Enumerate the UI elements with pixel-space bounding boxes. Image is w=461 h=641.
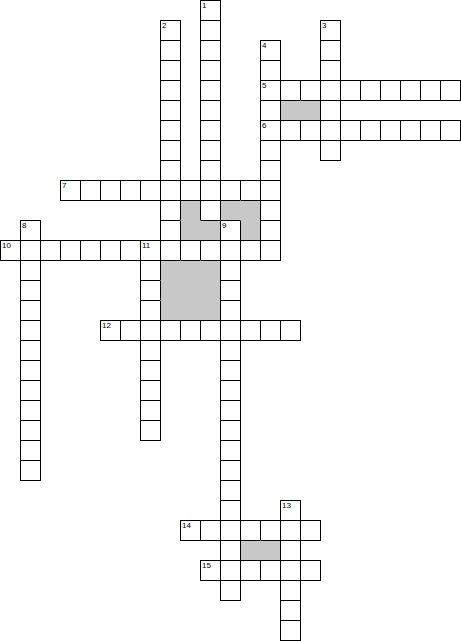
grid-cell[interactable] (280, 80, 301, 101)
clue-number: 2 (162, 21, 166, 30)
grid-cell[interactable] (240, 180, 261, 201)
grid-cell[interactable]: 6 (260, 120, 281, 141)
grid-cell[interactable] (20, 460, 41, 481)
grid-cell[interactable] (20, 260, 41, 281)
grid-cell[interactable] (180, 180, 201, 201)
grid-cell[interactable] (200, 200, 221, 221)
grid-cell[interactable] (200, 240, 221, 261)
grid-cell[interactable] (400, 80, 421, 101)
clue-number: 6 (262, 121, 266, 130)
grid-cell[interactable] (20, 240, 41, 261)
clue-number: 13 (282, 501, 291, 510)
grid-cell[interactable] (260, 320, 281, 341)
grid-cell[interactable] (20, 300, 41, 321)
grid-cell[interactable] (340, 80, 361, 101)
grid-cell[interactable] (160, 160, 181, 181)
grid-cell[interactable]: 13 (280, 500, 301, 521)
clue-number: 5 (262, 81, 266, 90)
grid-cell[interactable] (100, 240, 121, 261)
grid-cell[interactable] (320, 100, 341, 121)
grid-cell[interactable] (240, 560, 261, 581)
grid-cell[interactable] (200, 140, 221, 161)
grid-cell[interactable] (140, 300, 161, 321)
grid-cell[interactable] (20, 380, 41, 401)
grid-cell[interactable] (440, 80, 461, 101)
grid-cell[interactable] (260, 60, 281, 81)
grid-cell[interactable] (160, 180, 181, 201)
grid-cell[interactable] (400, 120, 421, 141)
grid-cell[interactable] (220, 420, 241, 441)
grid-cell[interactable] (80, 240, 101, 261)
clue-number: 3 (322, 21, 326, 30)
grid-cell[interactable] (320, 120, 341, 141)
blocked-cell (160, 280, 181, 301)
grid-cell[interactable] (260, 220, 281, 241)
grid-cell[interactable] (140, 400, 161, 421)
grid-cell[interactable]: 9 (220, 220, 241, 241)
grid-cell[interactable] (220, 300, 241, 321)
grid-cell[interactable] (160, 80, 181, 101)
grid-cell[interactable] (140, 260, 161, 281)
grid-cell[interactable] (280, 520, 301, 541)
grid-cell[interactable] (240, 240, 261, 261)
grid-cell[interactable] (20, 420, 41, 441)
clue-number: 9 (222, 221, 226, 230)
grid-cell[interactable] (140, 180, 161, 201)
grid-cell[interactable] (260, 560, 281, 581)
grid-cell[interactable] (200, 160, 221, 181)
grid-cell[interactable] (60, 240, 81, 261)
grid-cell[interactable] (220, 440, 241, 461)
grid-cell[interactable] (140, 420, 161, 441)
clue-number: 7 (62, 181, 66, 190)
grid-cell[interactable] (260, 200, 281, 221)
blocked-cell (220, 200, 241, 221)
grid-cell[interactable] (220, 580, 241, 601)
grid-cell[interactable] (140, 340, 161, 361)
grid-cell[interactable] (100, 180, 121, 201)
grid-cell[interactable] (200, 320, 221, 341)
grid-cell[interactable] (220, 260, 241, 281)
grid-cell[interactable] (320, 140, 341, 161)
grid-cell[interactable] (200, 520, 221, 541)
blocked-cell (200, 220, 221, 241)
grid-cell[interactable] (260, 160, 281, 181)
blocked-cell (180, 220, 201, 241)
grid-cell[interactable] (200, 120, 221, 141)
grid-cell[interactable] (160, 60, 181, 81)
blocked-cell (300, 100, 321, 121)
grid-cell[interactable]: 15 (200, 560, 221, 581)
grid-cell[interactable] (300, 560, 321, 581)
clue-number: 1 (202, 1, 206, 10)
grid-cell[interactable]: 7 (60, 180, 81, 201)
clue-number: 12 (102, 321, 111, 330)
grid-cell[interactable] (280, 320, 301, 341)
grid-cell[interactable] (20, 440, 41, 461)
grid-cell[interactable] (320, 40, 341, 61)
clue-number: 4 (262, 41, 266, 50)
grid-cell[interactable] (200, 20, 221, 41)
grid-cell[interactable] (360, 80, 381, 101)
grid-cell[interactable] (200, 40, 221, 61)
grid-cell[interactable] (320, 80, 341, 101)
grid-cell[interactable] (200, 180, 221, 201)
grid-cell[interactable] (280, 620, 301, 641)
grid-cell[interactable] (20, 280, 41, 301)
grid-cell[interactable] (260, 180, 281, 201)
grid-cell[interactable] (220, 360, 241, 381)
blocked-cell (240, 200, 261, 221)
grid-cell[interactable] (160, 240, 181, 261)
grid-cell[interactable] (140, 380, 161, 401)
grid-cell[interactable] (120, 180, 141, 201)
grid-cell[interactable] (260, 100, 281, 121)
grid-cell[interactable]: 10 (0, 240, 21, 261)
grid-cell[interactable] (220, 460, 241, 481)
grid-cell[interactable] (200, 60, 221, 81)
grid-cell[interactable] (300, 520, 321, 541)
grid-cell[interactable] (160, 220, 181, 241)
grid-cell[interactable] (220, 560, 241, 581)
blocked-cell (180, 280, 201, 301)
clue-number: 15 (202, 561, 211, 570)
grid-cell[interactable] (420, 80, 441, 101)
grid-cell[interactable] (180, 320, 201, 341)
grid-cell[interactable]: 14 (180, 520, 201, 541)
grid-cell[interactable] (20, 400, 41, 421)
grid-cell[interactable]: 2 (160, 20, 181, 41)
grid-cell[interactable] (220, 500, 241, 521)
grid-cell[interactable] (160, 200, 181, 221)
blocked-cell (180, 200, 201, 221)
grid-cell[interactable] (200, 80, 221, 101)
grid-cell[interactable] (340, 120, 361, 141)
blocked-cell (240, 220, 261, 241)
blocked-cell (280, 100, 301, 121)
grid-cell[interactable] (160, 140, 181, 161)
blocked-cell (160, 260, 181, 281)
grid-cell[interactable] (220, 280, 241, 301)
grid-cell[interactable] (220, 180, 241, 201)
grid-cell[interactable] (160, 320, 181, 341)
clue-number: 11 (142, 241, 150, 250)
grid-cell[interactable] (240, 520, 261, 541)
blocked-cell (180, 300, 201, 321)
blocked-cell (160, 300, 181, 321)
grid-cell[interactable] (280, 120, 301, 141)
grid-cell[interactable] (280, 580, 301, 601)
blocked-cell (200, 300, 221, 321)
grid-cell[interactable] (20, 320, 41, 341)
grid-cell[interactable] (220, 520, 241, 541)
grid-cell[interactable] (20, 360, 41, 381)
grid-cell[interactable]: 3 (320, 20, 341, 41)
grid-cell[interactable] (360, 120, 381, 141)
grid-cell[interactable]: 1 (200, 0, 221, 21)
grid-cell[interactable] (220, 340, 241, 361)
clue-number: 14 (182, 521, 191, 530)
grid-cell[interactable] (20, 340, 41, 361)
grid-cell[interactable]: 5 (260, 80, 281, 101)
blocked-cell (200, 260, 221, 281)
grid-cell[interactable] (140, 320, 161, 341)
grid-cell[interactable] (160, 120, 181, 141)
blocked-cell (260, 540, 281, 561)
grid-cell[interactable] (220, 480, 241, 501)
clue-number: 10 (2, 241, 11, 250)
clue-number: 8 (22, 221, 26, 230)
grid-cell[interactable] (180, 240, 201, 261)
grid-cell[interactable]: 12 (100, 320, 121, 341)
grid-cell[interactable] (120, 240, 141, 261)
grid-cell[interactable] (40, 240, 61, 261)
blocked-cell (200, 280, 221, 301)
grid-cell[interactable] (440, 120, 461, 141)
grid-cell[interactable] (320, 60, 341, 81)
grid-cell[interactable] (260, 520, 281, 541)
grid-cell[interactable] (280, 560, 301, 581)
grid-cell[interactable] (220, 400, 241, 421)
grid-cell[interactable] (260, 140, 281, 161)
crossword-grid: 123456789101112131415 (0, 0, 461, 641)
blocked-cell (240, 540, 261, 561)
grid-cell[interactable] (300, 80, 321, 101)
grid-cell[interactable]: 8 (20, 220, 41, 241)
grid-cell[interactable] (200, 100, 221, 121)
grid-cell[interactable] (220, 240, 241, 261)
grid-cell[interactable] (380, 120, 401, 141)
grid-cell[interactable] (420, 120, 441, 141)
grid-cell[interactable] (260, 240, 281, 261)
grid-cell[interactable] (380, 80, 401, 101)
grid-cell[interactable]: 4 (260, 40, 281, 61)
grid-cell[interactable] (280, 600, 301, 621)
grid-cell[interactable] (300, 120, 321, 141)
blocked-cell (180, 260, 201, 281)
grid-cell[interactable] (120, 320, 141, 341)
grid-cell[interactable] (280, 540, 301, 561)
grid-cell[interactable] (240, 320, 261, 341)
grid-cell[interactable] (160, 40, 181, 61)
grid-cell[interactable] (220, 320, 241, 341)
grid-cell[interactable] (160, 100, 181, 121)
grid-cell[interactable] (220, 380, 241, 401)
grid-cell[interactable]: 11 (140, 240, 161, 261)
grid-cell[interactable] (220, 540, 241, 561)
grid-cell[interactable] (140, 280, 161, 301)
grid-cell[interactable] (140, 360, 161, 381)
grid-cell[interactable] (80, 180, 101, 201)
